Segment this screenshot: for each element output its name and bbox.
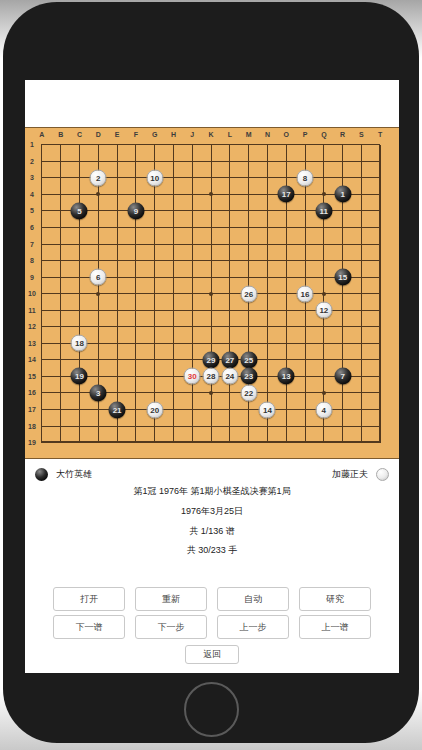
- board-cell[interactable]: [202, 319, 221, 336]
- board-cell[interactable]: [239, 252, 258, 269]
- board-cell[interactable]: 16: [296, 285, 315, 302]
- next-diagram-button[interactable]: 下一谱: [53, 615, 125, 639]
- board-cell[interactable]: [371, 319, 390, 336]
- open-button[interactable]: 打开: [53, 587, 125, 611]
- board-cell[interactable]: [220, 335, 239, 352]
- board-cell[interactable]: [202, 170, 221, 187]
- board-cell[interactable]: [296, 186, 315, 203]
- board-cell[interactable]: [164, 186, 183, 203]
- board-cell[interactable]: [258, 137, 277, 154]
- board-cell[interactable]: [108, 418, 127, 435]
- board-cell[interactable]: 29: [202, 352, 221, 369]
- board-cell[interactable]: [352, 319, 371, 336]
- board-cell[interactable]: [239, 269, 258, 286]
- board-cell[interactable]: [70, 153, 89, 170]
- board-cell[interactable]: [164, 418, 183, 435]
- board-cell[interactable]: [239, 302, 258, 319]
- board-cell[interactable]: [371, 285, 390, 302]
- board-cell[interactable]: [314, 418, 333, 435]
- board-cell[interactable]: [108, 186, 127, 203]
- board-cell[interactable]: [258, 203, 277, 220]
- board-cell[interactable]: [352, 153, 371, 170]
- board-cell[interactable]: [33, 219, 52, 236]
- board-cell[interactable]: [164, 352, 183, 369]
- board-cell[interactable]: [296, 352, 315, 369]
- board-cell[interactable]: [164, 203, 183, 220]
- board-cell[interactable]: [220, 153, 239, 170]
- board-cell[interactable]: [183, 401, 202, 418]
- board-cell[interactable]: 27: [220, 352, 239, 369]
- board-cell[interactable]: [239, 137, 258, 154]
- board-cell[interactable]: [371, 236, 390, 253]
- board-cell[interactable]: [126, 137, 145, 154]
- board-cell[interactable]: [33, 203, 52, 220]
- board-cell[interactable]: [371, 170, 390, 187]
- board-cell[interactable]: 24: [220, 368, 239, 385]
- board-cell[interactable]: [126, 302, 145, 319]
- board-cell[interactable]: [51, 203, 70, 220]
- board-cell[interactable]: 25: [239, 352, 258, 369]
- board-cell[interactable]: [258, 385, 277, 402]
- board-cell[interactable]: [371, 269, 390, 286]
- board-cell[interactable]: [296, 252, 315, 269]
- board-cell[interactable]: [202, 434, 221, 451]
- board-cell[interactable]: [51, 335, 70, 352]
- board-cell[interactable]: [333, 302, 352, 319]
- board-cell[interactable]: [126, 385, 145, 402]
- board-cell[interactable]: [108, 219, 127, 236]
- board-cell[interactable]: [183, 269, 202, 286]
- board-cell[interactable]: [183, 137, 202, 154]
- board-cell[interactable]: [70, 285, 89, 302]
- board-cell[interactable]: [126, 368, 145, 385]
- board-cell[interactable]: 13: [277, 368, 296, 385]
- board-cell[interactable]: [89, 219, 108, 236]
- board-cell[interactable]: [371, 137, 390, 154]
- board-cell[interactable]: [220, 203, 239, 220]
- board-cell[interactable]: [70, 186, 89, 203]
- board-cell[interactable]: [145, 368, 164, 385]
- board-cell[interactable]: [371, 335, 390, 352]
- board-cell[interactable]: [89, 352, 108, 369]
- board-cell[interactable]: [202, 269, 221, 286]
- board-cell[interactable]: [70, 385, 89, 402]
- board-cell[interactable]: [333, 285, 352, 302]
- board-cell[interactable]: [33, 269, 52, 286]
- board-cell[interactable]: [258, 170, 277, 187]
- board-cell[interactable]: [239, 434, 258, 451]
- board-cell[interactable]: [89, 285, 108, 302]
- board-cell[interactable]: [183, 385, 202, 402]
- board-cell[interactable]: [333, 385, 352, 402]
- board-cell[interactable]: [89, 252, 108, 269]
- board-cell[interactable]: [239, 236, 258, 253]
- board-cell[interactable]: [314, 269, 333, 286]
- board-cell[interactable]: [220, 137, 239, 154]
- board-cell[interactable]: [239, 203, 258, 220]
- board-cell[interactable]: [89, 368, 108, 385]
- board-cell[interactable]: [51, 319, 70, 336]
- board-cell[interactable]: [333, 401, 352, 418]
- board-cell[interactable]: [220, 186, 239, 203]
- board-cell[interactable]: [202, 219, 221, 236]
- board-cell[interactable]: [126, 285, 145, 302]
- board-cell[interactable]: [33, 153, 52, 170]
- board-cell[interactable]: [314, 252, 333, 269]
- board-cell[interactable]: [126, 434, 145, 451]
- board-cell[interactable]: [352, 137, 371, 154]
- board-cell[interactable]: [164, 153, 183, 170]
- board-cell[interactable]: 18: [70, 335, 89, 352]
- board-cell[interactable]: [220, 170, 239, 187]
- board-cell[interactable]: [33, 285, 52, 302]
- board-cell[interactable]: [352, 335, 371, 352]
- board-cell[interactable]: [108, 434, 127, 451]
- board-cell[interactable]: [145, 352, 164, 369]
- board-cell[interactable]: [258, 418, 277, 435]
- board-cell[interactable]: [51, 137, 70, 154]
- board-cell[interactable]: [371, 153, 390, 170]
- board-cell[interactable]: [89, 302, 108, 319]
- board-cell[interactable]: [352, 368, 371, 385]
- board-cell[interactable]: [258, 186, 277, 203]
- board-cell[interactable]: [277, 335, 296, 352]
- board-cell[interactable]: [183, 352, 202, 369]
- board-cell[interactable]: [220, 434, 239, 451]
- board-cell[interactable]: [183, 302, 202, 319]
- board-cell[interactable]: [126, 335, 145, 352]
- board-cell[interactable]: [126, 186, 145, 203]
- board-cell[interactable]: [239, 418, 258, 435]
- board-cell[interactable]: [277, 302, 296, 319]
- board-cell[interactable]: [70, 219, 89, 236]
- board-cell[interactable]: [296, 153, 315, 170]
- board-cell[interactable]: [108, 385, 127, 402]
- board-cell[interactable]: [333, 203, 352, 220]
- board-cell[interactable]: 12: [314, 302, 333, 319]
- board-cell[interactable]: [277, 203, 296, 220]
- board-cell[interactable]: [126, 319, 145, 336]
- board-cell[interactable]: [333, 219, 352, 236]
- board-cell[interactable]: [314, 434, 333, 451]
- board-cell[interactable]: [33, 368, 52, 385]
- board-cell[interactable]: [51, 285, 70, 302]
- board-cell[interactable]: [239, 153, 258, 170]
- board-cell[interactable]: [239, 335, 258, 352]
- board-cell[interactable]: [183, 153, 202, 170]
- board-cell[interactable]: [333, 352, 352, 369]
- board-cell[interactable]: [51, 385, 70, 402]
- back-button[interactable]: 返回: [185, 645, 239, 664]
- board-cell[interactable]: [296, 335, 315, 352]
- board-cell[interactable]: [277, 153, 296, 170]
- board-cell[interactable]: 26: [239, 285, 258, 302]
- board-cell[interactable]: [258, 219, 277, 236]
- board-cell[interactable]: [314, 319, 333, 336]
- board-cell[interactable]: [51, 302, 70, 319]
- board-cell[interactable]: [51, 352, 70, 369]
- board-cell[interactable]: [89, 418, 108, 435]
- board-cell[interactable]: [126, 153, 145, 170]
- board-cell[interactable]: [70, 236, 89, 253]
- board-cell[interactable]: 15: [333, 269, 352, 286]
- board-cell[interactable]: [51, 401, 70, 418]
- board-cell[interactable]: [371, 186, 390, 203]
- board-cell[interactable]: [108, 269, 127, 286]
- board-cell[interactable]: [258, 319, 277, 336]
- board-cell[interactable]: [352, 302, 371, 319]
- board-cell[interactable]: [296, 418, 315, 435]
- board-cell[interactable]: [314, 285, 333, 302]
- board-cell[interactable]: [202, 418, 221, 435]
- board-cell[interactable]: [352, 352, 371, 369]
- board-cell[interactable]: [296, 269, 315, 286]
- board-cell[interactable]: [220, 236, 239, 253]
- board-cell[interactable]: [220, 418, 239, 435]
- board-cell[interactable]: [352, 203, 371, 220]
- board-cell[interactable]: 17: [277, 186, 296, 203]
- board-cell[interactable]: 3: [89, 385, 108, 402]
- board-cell[interactable]: [164, 170, 183, 187]
- board-cell[interactable]: [183, 219, 202, 236]
- board-cell[interactable]: [220, 401, 239, 418]
- board-cell[interactable]: [333, 153, 352, 170]
- board-cell[interactable]: [108, 203, 127, 220]
- board-cell[interactable]: [108, 368, 127, 385]
- board-cell[interactable]: [277, 236, 296, 253]
- board-cell[interactable]: [33, 137, 52, 154]
- board-cell[interactable]: [51, 153, 70, 170]
- board-cell[interactable]: [352, 285, 371, 302]
- board-cell[interactable]: [164, 252, 183, 269]
- board-cell[interactable]: [371, 385, 390, 402]
- board-cell[interactable]: [183, 170, 202, 187]
- board-cell[interactable]: [126, 236, 145, 253]
- board-cell[interactable]: [296, 385, 315, 402]
- board-cell[interactable]: [33, 236, 52, 253]
- board-cell[interactable]: [202, 385, 221, 402]
- board-cell[interactable]: [145, 385, 164, 402]
- board-cell[interactable]: [108, 285, 127, 302]
- board-cell[interactable]: [371, 418, 390, 435]
- board-cell[interactable]: [183, 236, 202, 253]
- board-cell[interactable]: [70, 434, 89, 451]
- board-cell[interactable]: [371, 302, 390, 319]
- board-cell[interactable]: 9: [126, 203, 145, 220]
- board-cell[interactable]: [352, 219, 371, 236]
- board-cell[interactable]: 20: [145, 401, 164, 418]
- board-cell[interactable]: [164, 137, 183, 154]
- board-cell[interactable]: 10: [145, 170, 164, 187]
- board-cell[interactable]: [314, 368, 333, 385]
- board-cell[interactable]: [164, 385, 183, 402]
- board-cell[interactable]: [371, 352, 390, 369]
- board-cell[interactable]: [277, 170, 296, 187]
- board-cell[interactable]: [239, 170, 258, 187]
- board-cell[interactable]: [258, 302, 277, 319]
- board-cell[interactable]: [333, 335, 352, 352]
- board-cell[interactable]: [258, 434, 277, 451]
- board-cell[interactable]: [145, 285, 164, 302]
- board-cell[interactable]: [108, 352, 127, 369]
- board-cell[interactable]: [183, 186, 202, 203]
- board-cell[interactable]: [220, 385, 239, 402]
- board-cell[interactable]: [183, 252, 202, 269]
- board-cell[interactable]: [296, 434, 315, 451]
- board-cell[interactable]: 8: [296, 170, 315, 187]
- board-cell[interactable]: [70, 269, 89, 286]
- board-cell[interactable]: [277, 401, 296, 418]
- board-cell[interactable]: [33, 352, 52, 369]
- board-cell[interactable]: [314, 153, 333, 170]
- board-cell[interactable]: [108, 302, 127, 319]
- board-cell[interactable]: [220, 269, 239, 286]
- board-cell[interactable]: [333, 319, 352, 336]
- board-cell[interactable]: [333, 137, 352, 154]
- board-cell[interactable]: [352, 236, 371, 253]
- board-cell[interactable]: [239, 186, 258, 203]
- board-cell[interactable]: [296, 368, 315, 385]
- board-cell[interactable]: [70, 401, 89, 418]
- board-cell[interactable]: [145, 219, 164, 236]
- board-cell[interactable]: [239, 219, 258, 236]
- board-cell[interactable]: [277, 418, 296, 435]
- auto-button[interactable]: 自动: [217, 587, 289, 611]
- board-cell[interactable]: [126, 269, 145, 286]
- board-cell[interactable]: [371, 252, 390, 269]
- board-cell[interactable]: [33, 252, 52, 269]
- board-cell[interactable]: [202, 137, 221, 154]
- board-cell[interactable]: [202, 252, 221, 269]
- board-cell[interactable]: 2: [89, 170, 108, 187]
- board-cell[interactable]: [202, 153, 221, 170]
- board-cell[interactable]: 28: [202, 368, 221, 385]
- board-cell[interactable]: [145, 335, 164, 352]
- study-button[interactable]: 研究: [299, 587, 371, 611]
- board-cell[interactable]: [258, 236, 277, 253]
- board-cell[interactable]: [183, 285, 202, 302]
- board-cell[interactable]: [352, 186, 371, 203]
- board-cell[interactable]: [220, 302, 239, 319]
- board-cell[interactable]: [51, 170, 70, 187]
- board-cell[interactable]: [202, 302, 221, 319]
- board-cell[interactable]: [277, 434, 296, 451]
- board-cell[interactable]: [164, 236, 183, 253]
- board-cell[interactable]: [70, 137, 89, 154]
- home-button[interactable]: [184, 682, 239, 737]
- board-cell[interactable]: [220, 319, 239, 336]
- board-cell[interactable]: [202, 335, 221, 352]
- board-cell[interactable]: [164, 285, 183, 302]
- board-cell[interactable]: [371, 203, 390, 220]
- board-cell[interactable]: [296, 319, 315, 336]
- board-cell[interactable]: 6: [89, 269, 108, 286]
- board-cell[interactable]: [314, 352, 333, 369]
- board-cell[interactable]: [333, 252, 352, 269]
- board-cell[interactable]: [33, 186, 52, 203]
- board-cell[interactable]: [314, 236, 333, 253]
- board-cell[interactable]: [371, 219, 390, 236]
- board-cell[interactable]: [145, 186, 164, 203]
- board-cell[interactable]: [202, 186, 221, 203]
- board-cell[interactable]: [352, 252, 371, 269]
- prev-diagram-button[interactable]: 上一谱: [299, 615, 371, 639]
- board-cell[interactable]: [51, 434, 70, 451]
- board-cell[interactable]: [277, 219, 296, 236]
- board-cell[interactable]: [108, 236, 127, 253]
- board-cell[interactable]: [183, 434, 202, 451]
- board-cell[interactable]: 7: [333, 368, 352, 385]
- board-cell[interactable]: [51, 269, 70, 286]
- board-cell[interactable]: [145, 319, 164, 336]
- board-cell[interactable]: [239, 319, 258, 336]
- board-cell[interactable]: [277, 385, 296, 402]
- board-cell[interactable]: [51, 252, 70, 269]
- board-cell[interactable]: [108, 319, 127, 336]
- board-cell[interactable]: [108, 137, 127, 154]
- board-cell[interactable]: [277, 137, 296, 154]
- board-cell[interactable]: [70, 352, 89, 369]
- board-cell[interactable]: [89, 401, 108, 418]
- board-cell[interactable]: 4: [314, 401, 333, 418]
- next-move-button[interactable]: 下一步: [135, 615, 207, 639]
- board-cell[interactable]: [277, 319, 296, 336]
- board-cell[interactable]: [314, 335, 333, 352]
- board-cell[interactable]: [145, 269, 164, 286]
- board-cell[interactable]: [126, 252, 145, 269]
- board-cell[interactable]: 5: [70, 203, 89, 220]
- board-cell[interactable]: [352, 434, 371, 451]
- board-cell[interactable]: [33, 401, 52, 418]
- board-cell[interactable]: [202, 203, 221, 220]
- board-cell[interactable]: [145, 302, 164, 319]
- board-cell[interactable]: [277, 252, 296, 269]
- board-cell[interactable]: 1: [333, 186, 352, 203]
- board-cell[interactable]: [51, 236, 70, 253]
- board-cell[interactable]: [277, 269, 296, 286]
- board-cell[interactable]: [108, 335, 127, 352]
- board-cell[interactable]: [126, 418, 145, 435]
- board-cell[interactable]: [183, 203, 202, 220]
- board-cell[interactable]: [296, 236, 315, 253]
- board-cell[interactable]: [202, 401, 221, 418]
- board-cell[interactable]: [164, 302, 183, 319]
- board-cell[interactable]: 11: [314, 203, 333, 220]
- board-cell[interactable]: [202, 285, 221, 302]
- board-cell[interactable]: [314, 186, 333, 203]
- board-cell[interactable]: [33, 385, 52, 402]
- board-cell[interactable]: [352, 385, 371, 402]
- board-cell[interactable]: [258, 153, 277, 170]
- board-cell[interactable]: [70, 319, 89, 336]
- board-cell[interactable]: [352, 418, 371, 435]
- board-cell[interactable]: [258, 285, 277, 302]
- restart-button[interactable]: 重新: [135, 587, 207, 611]
- board-cell[interactable]: 22: [239, 385, 258, 402]
- board-cell[interactable]: [296, 401, 315, 418]
- board-cell[interactable]: [333, 434, 352, 451]
- board-cell[interactable]: [89, 335, 108, 352]
- board-cell[interactable]: 30: [183, 368, 202, 385]
- board-cell[interactable]: [33, 319, 52, 336]
- board-cell[interactable]: [164, 269, 183, 286]
- board-cell[interactable]: [126, 352, 145, 369]
- board-cell[interactable]: [352, 401, 371, 418]
- board-cell[interactable]: [164, 401, 183, 418]
- board-cell[interactable]: [277, 285, 296, 302]
- board-cell[interactable]: [89, 434, 108, 451]
- board-cell[interactable]: [352, 170, 371, 187]
